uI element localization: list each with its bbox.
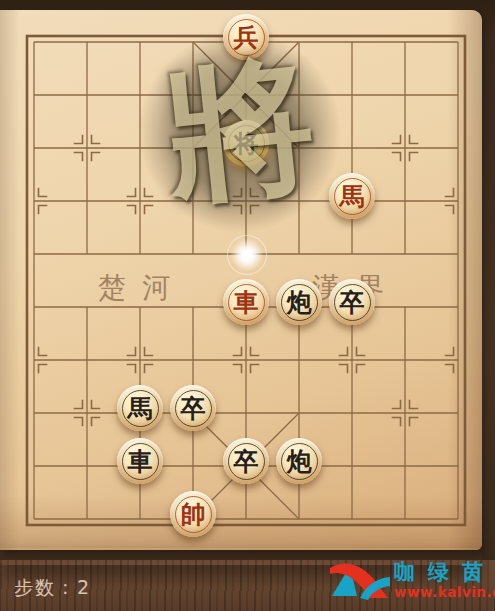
piece-black-卒[interactable]: 卒 [223,438,269,484]
piece-glyph: 帥 [181,502,206,527]
piece-red-兵[interactable]: 兵 [223,14,269,60]
piece-black-炮[interactable]: 炮 [276,438,322,484]
piece-glyph: 馬 [128,396,153,421]
piece-black-馬[interactable]: 馬 [117,385,163,431]
piece-black-炮[interactable]: 炮 [276,279,322,325]
piece-glyph: 卒 [234,449,259,474]
piece-glyph: 炮 [287,290,312,315]
piece-red-帥[interactable]: 帥 [170,491,216,537]
kalvin-logo-url: www.kalvin.cn [394,584,495,600]
piece-black-卒[interactable]: 卒 [170,385,216,431]
piece-glyph: 将 [234,131,259,156]
piece-glyph: 卒 [340,290,365,315]
kalvin-logo-name: 咖绿茵 [394,560,495,584]
piece-red-車[interactable]: 車 [223,279,269,325]
piece-red-馬[interactable]: 馬 [329,173,375,219]
piece-glyph: 卒 [181,396,206,421]
piece-glyph: 兵 [234,25,259,50]
xiangqi-game-screen: 楚河 漢界 兵将馬車炮卒馬卒車卒炮帥 將 步数：2 咖绿茵 www.kalvin… [0,0,495,611]
piece-black-車[interactable]: 車 [117,438,163,484]
pieces-layer: 兵将馬車炮卒馬卒車卒炮帥 [0,10,482,550]
kalvin-watermark: 咖绿茵 www.kalvin.cn [330,556,495,603]
piece-glyph: 炮 [287,449,312,474]
step-counter: 步数：2 [14,575,91,601]
kalvin-logo-icon [330,556,390,603]
piece-black-将[interactable]: 将 [223,120,269,166]
piece-glyph: 馬 [340,184,365,209]
piece-black-卒[interactable]: 卒 [329,279,375,325]
kalvin-logo-texts: 咖绿茵 www.kalvin.cn [394,560,495,600]
piece-glyph: 車 [234,290,259,315]
piece-glyph: 車 [128,449,153,474]
